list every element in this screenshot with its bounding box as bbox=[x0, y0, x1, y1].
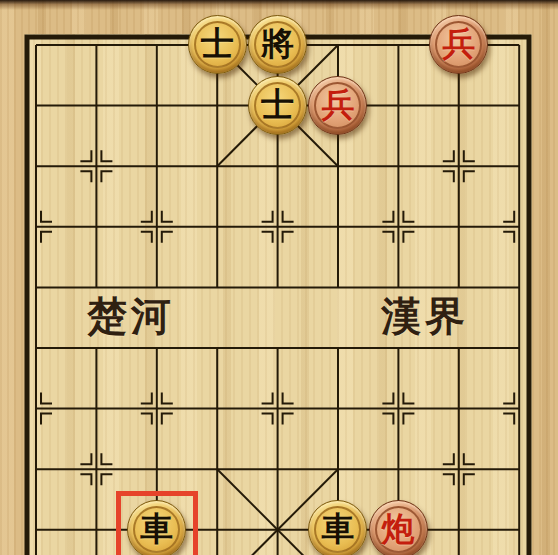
piece-advisor-yellow[interactable]: 士 bbox=[248, 76, 307, 135]
piece-cannon-red[interactable]: 炮 bbox=[369, 500, 428, 555]
piece-soldier-red[interactable]: 兵 bbox=[308, 76, 367, 135]
piece-character: 車 bbox=[133, 506, 180, 553]
piece-character: 車 bbox=[314, 506, 361, 553]
piece-character: 炮 bbox=[375, 506, 422, 553]
piece-layer: 士將兵士兵車車炮 bbox=[6, 15, 550, 555]
xiangqi-board: 楚河 漢界 士將兵士兵車車炮 bbox=[0, 0, 558, 555]
piece-character: 士 bbox=[254, 82, 301, 129]
piece-chariot-yellow[interactable]: 車 bbox=[308, 500, 367, 555]
piece-character: 兵 bbox=[314, 82, 361, 129]
piece-character: 兵 bbox=[435, 21, 482, 68]
piece-advisor-yellow[interactable]: 士 bbox=[188, 15, 247, 74]
piece-character: 士 bbox=[194, 21, 241, 68]
piece-character: 將 bbox=[254, 21, 301, 68]
piece-soldier-red[interactable]: 兵 bbox=[429, 15, 488, 74]
piece-chariot-yellow[interactable]: 車 bbox=[127, 500, 186, 555]
piece-general-yellow[interactable]: 將 bbox=[248, 15, 307, 74]
